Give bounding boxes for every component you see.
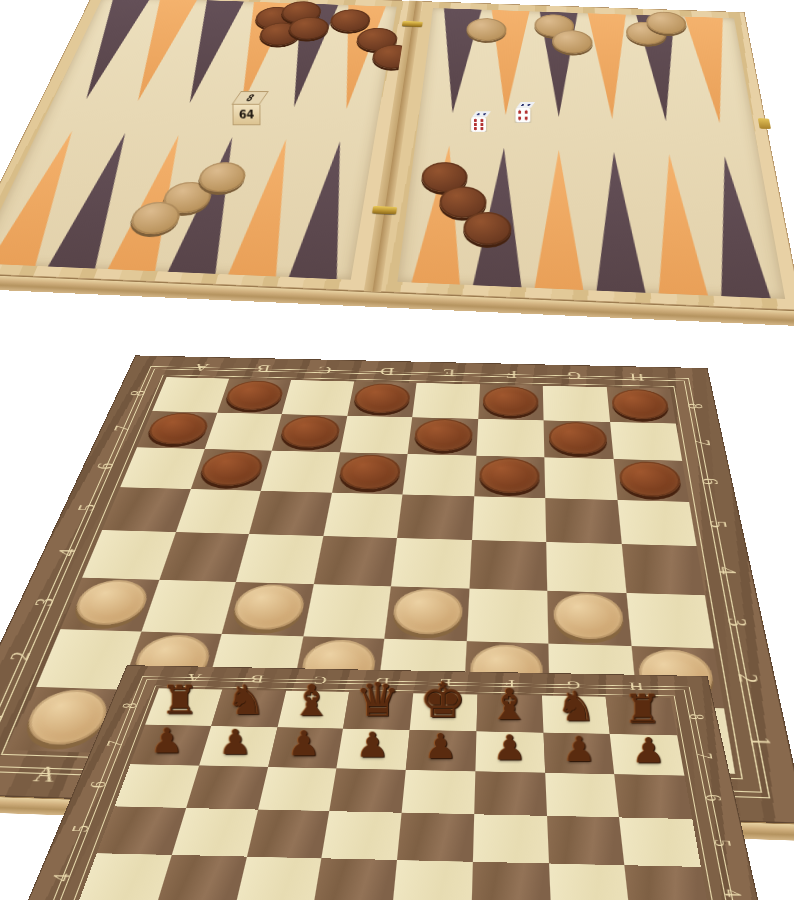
square-b7[interactable] — [204, 412, 282, 450]
dark-checker[interactable] — [337, 454, 402, 490]
square-a4[interactable] — [78, 853, 172, 900]
square-d7[interactable] — [340, 415, 413, 454]
square-e6[interactable] — [402, 770, 476, 815]
black-pawn[interactable]: ♟ — [287, 727, 320, 760]
dark-checker[interactable] — [618, 461, 683, 497]
square-a6[interactable] — [114, 764, 199, 808]
square-b7[interactable]: ♟ — [199, 726, 277, 767]
black-pawn[interactable]: ♟ — [631, 734, 665, 767]
coordinate-label: 8 — [662, 707, 732, 727]
dark-checker[interactable] — [197, 451, 267, 487]
dark-checker[interactable] — [223, 380, 287, 410]
backgammon-point[interactable] — [684, 17, 742, 125]
square-d6[interactable] — [332, 452, 408, 494]
black-king[interactable]: ♚ — [420, 678, 467, 724]
black-pawn[interactable]: ♟ — [424, 730, 457, 763]
dark-checker[interactable] — [479, 457, 540, 493]
die-2[interactable] — [515, 102, 530, 122]
square-f4[interactable] — [471, 862, 550, 900]
coordinate-label: 6 — [66, 455, 144, 477]
square-g5[interactable] — [547, 816, 625, 865]
coordinate-label: C — [292, 361, 358, 380]
square-f7[interactable]: ♟ — [475, 731, 545, 772]
coordinate-label: G — [542, 366, 606, 385]
square-c5[interactable] — [249, 491, 332, 536]
square-b5[interactable] — [172, 808, 258, 856]
doubling-cube[interactable]: 8 64 — [232, 91, 260, 125]
square-e8[interactable] — [412, 383, 479, 419]
square-g7[interactable]: ♟ — [543, 733, 614, 774]
die-front-face — [515, 108, 530, 123]
square-b5[interactable] — [175, 489, 260, 534]
square-d7[interactable]: ♟ — [337, 729, 410, 770]
coordinate-label: 7 — [85, 418, 159, 438]
square-d5[interactable] — [322, 811, 402, 860]
black-rook[interactable]: ♜ — [623, 690, 661, 728]
cube-front-face: 64 — [232, 105, 260, 126]
square-g6[interactable] — [545, 773, 620, 818]
square-e5[interactable] — [397, 813, 474, 862]
black-queen[interactable]: ♛ — [355, 678, 400, 722]
product-photo: 8 64 ABCDEFGHABCDEFGH8765432187654321 — [0, 0, 794, 900]
square-h5[interactable] — [619, 818, 701, 867]
black-knight[interactable]: ♞ — [556, 687, 596, 726]
square-f7[interactable] — [476, 419, 545, 458]
square-c7[interactable] — [272, 414, 347, 452]
square-b6[interactable] — [190, 449, 271, 491]
dark-checker[interactable] — [352, 383, 412, 414]
die-1[interactable] — [471, 111, 486, 132]
black-pawn[interactable]: ♟ — [356, 729, 389, 762]
chess-scene: ♜♞♝♛♚♝♞♜♟♟♟♟♟♟♟♟♟♟♟♟♟♟♟♟♜♞♝♛♚♝♞♜ABCDEFGH… — [0, 540, 794, 900]
square-c6[interactable] — [258, 767, 337, 812]
black-bishop[interactable]: ♝ — [489, 684, 531, 725]
square-h7[interactable]: ♟ — [610, 734, 684, 776]
dark-checker[interactable] — [278, 415, 343, 448]
backgammon-point[interactable] — [65, 0, 151, 100]
dark-checker[interactable] — [548, 422, 608, 455]
square-e4[interactable] — [392, 860, 473, 900]
square-e7[interactable]: ♟ — [406, 730, 476, 771]
square-f6[interactable] — [474, 771, 547, 816]
coordinate-label: D — [354, 362, 419, 381]
square-e7[interactable] — [408, 417, 478, 456]
square-g4[interactable] — [548, 863, 630, 900]
square-e6[interactable] — [403, 454, 476, 496]
coordinate-label: A — [167, 358, 235, 377]
square-e5[interactable] — [397, 494, 474, 540]
square-c5[interactable] — [246, 810, 329, 859]
square-b4[interactable] — [156, 855, 247, 900]
black-pawn[interactable]: ♟ — [219, 726, 252, 759]
square-d8[interactable] — [347, 381, 417, 417]
square-f5[interactable] — [473, 814, 549, 863]
coordinate-label: 7 — [667, 432, 739, 453]
square-a7[interactable] — [137, 411, 217, 449]
die-front-face — [471, 117, 486, 132]
black-pawn[interactable]: ♟ — [151, 725, 184, 758]
square-g8[interactable]: ♞ — [541, 696, 609, 734]
dark-checker[interactable] — [413, 419, 473, 452]
coordinate-label: H — [604, 368, 669, 387]
coordinate-label: B — [229, 359, 296, 378]
black-rook[interactable]: ♜ — [162, 681, 200, 718]
die-top-face — [472, 111, 491, 117]
coordinate-label: 8 — [94, 696, 166, 716]
square-c4[interactable] — [234, 857, 321, 900]
black-bishop[interactable]: ♝ — [291, 680, 332, 721]
black-pawn[interactable]: ♟ — [562, 733, 595, 766]
square-c8[interactable] — [282, 380, 354, 415]
square-d4[interactable] — [313, 858, 397, 900]
square-f8[interactable] — [478, 384, 544, 420]
square-g7[interactable] — [544, 420, 614, 459]
square-f6[interactable] — [474, 456, 545, 498]
square-b8[interactable] — [217, 379, 291, 414]
square-c7[interactable]: ♟ — [268, 727, 344, 768]
checkers-scene: ABCDEFGHABCDEFGH8765432187654321 — [0, 228, 794, 558]
chess-board: ♜♞♝♛♚♝♞♜♟♟♟♟♟♟♟♟♟♟♟♟♟♟♟♟♜♞♝♛♚♝♞♜ABCDEFGH… — [0, 665, 794, 900]
black-knight[interactable]: ♞ — [226, 681, 266, 720]
square-c6[interactable] — [261, 451, 340, 493]
coordinate-label: 8 — [102, 384, 173, 403]
square-g8[interactable] — [543, 386, 610, 422]
black-pawn[interactable]: ♟ — [493, 732, 526, 765]
coordinate-label: 8 — [661, 397, 730, 416]
square-g5[interactable] — [545, 498, 621, 544]
coordinate-label: F — [480, 365, 543, 384]
square-d5[interactable] — [323, 492, 403, 538]
square-f5[interactable] — [471, 496, 546, 542]
square-g6[interactable] — [544, 457, 617, 499]
square-b6[interactable] — [186, 765, 268, 809]
coordinate-label: E — [417, 364, 481, 383]
square-d6[interactable] — [329, 768, 405, 813]
dark-checker[interactable] — [483, 386, 539, 417]
